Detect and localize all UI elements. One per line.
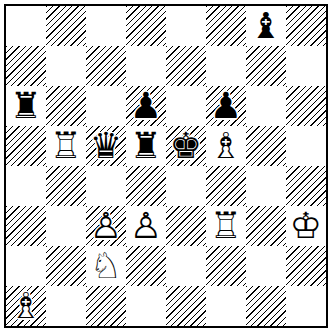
square-c5[interactable]: ♛♛ bbox=[86, 126, 126, 166]
square-h7[interactable] bbox=[286, 46, 326, 86]
square-a6[interactable]: ♜♜ bbox=[6, 86, 46, 126]
white-king-icon: ♚♔ bbox=[286, 206, 326, 246]
square-e7[interactable] bbox=[166, 46, 206, 86]
square-g2[interactable] bbox=[246, 246, 286, 286]
square-a8[interactable] bbox=[6, 6, 46, 46]
square-f6[interactable]: ♟♟ bbox=[206, 86, 246, 126]
square-b8[interactable] bbox=[46, 6, 86, 46]
square-d1[interactable] bbox=[126, 286, 166, 326]
square-d5[interactable]: ♜♜ bbox=[126, 126, 166, 166]
black-pawn-icon: ♟♟ bbox=[126, 86, 166, 126]
square-f1[interactable] bbox=[206, 286, 246, 326]
square-b4[interactable] bbox=[46, 166, 86, 206]
square-h8[interactable] bbox=[286, 6, 326, 46]
square-h2[interactable] bbox=[286, 246, 326, 286]
square-g6[interactable] bbox=[246, 86, 286, 126]
square-f4[interactable] bbox=[206, 166, 246, 206]
square-b2[interactable] bbox=[46, 246, 86, 286]
square-h4[interactable] bbox=[286, 166, 326, 206]
chess-diagram: ♝♝♜♜♟♟♟♟♜♖♛♛♜♜♚♚♝♗♟♙♟♙♜♖♚♔♞♘♝♗ bbox=[4, 4, 328, 328]
square-h6[interactable] bbox=[286, 86, 326, 126]
square-d4[interactable] bbox=[126, 166, 166, 206]
square-g8[interactable]: ♝♝ bbox=[246, 6, 286, 46]
black-queen-icon: ♛♛ bbox=[86, 126, 126, 166]
square-c8[interactable] bbox=[86, 6, 126, 46]
square-d8[interactable] bbox=[126, 6, 166, 46]
white-pawn-icon: ♟♙ bbox=[126, 206, 166, 246]
square-f5[interactable]: ♝♗ bbox=[206, 126, 246, 166]
square-c3[interactable]: ♟♙ bbox=[86, 206, 126, 246]
square-h3[interactable]: ♚♔ bbox=[286, 206, 326, 246]
white-pawn-icon: ♟♙ bbox=[86, 206, 126, 246]
square-f8[interactable] bbox=[206, 6, 246, 46]
square-e3[interactable] bbox=[166, 206, 206, 246]
square-e1[interactable] bbox=[166, 286, 206, 326]
square-a7[interactable] bbox=[6, 46, 46, 86]
square-e4[interactable] bbox=[166, 166, 206, 206]
white-bishop-icon: ♝♗ bbox=[6, 286, 46, 326]
chess-board-grid: ♝♝♜♜♟♟♟♟♜♖♛♛♜♜♚♚♝♗♟♙♟♙♜♖♚♔♞♘♝♗ bbox=[6, 6, 326, 326]
square-g7[interactable] bbox=[246, 46, 286, 86]
square-b7[interactable] bbox=[46, 46, 86, 86]
square-b1[interactable] bbox=[46, 286, 86, 326]
square-f7[interactable] bbox=[206, 46, 246, 86]
black-rook-icon: ♜♜ bbox=[6, 86, 46, 126]
square-b6[interactable] bbox=[46, 86, 86, 126]
square-a3[interactable] bbox=[6, 206, 46, 246]
square-g5[interactable] bbox=[246, 126, 286, 166]
white-bishop-icon: ♝♗ bbox=[206, 126, 246, 166]
black-bishop-icon: ♝♝ bbox=[246, 6, 286, 46]
square-f3[interactable]: ♜♖ bbox=[206, 206, 246, 246]
square-d7[interactable] bbox=[126, 46, 166, 86]
square-g3[interactable] bbox=[246, 206, 286, 246]
white-rook-icon: ♜♖ bbox=[46, 126, 86, 166]
square-e6[interactable] bbox=[166, 86, 206, 126]
square-h5[interactable] bbox=[286, 126, 326, 166]
square-a1[interactable]: ♝♗ bbox=[6, 286, 46, 326]
square-a2[interactable] bbox=[6, 246, 46, 286]
square-a4[interactable] bbox=[6, 166, 46, 206]
square-d6[interactable]: ♟♟ bbox=[126, 86, 166, 126]
white-knight-icon: ♞♘ bbox=[86, 246, 126, 286]
square-d2[interactable] bbox=[126, 246, 166, 286]
black-rook-icon: ♜♜ bbox=[126, 126, 166, 166]
square-b5[interactable]: ♜♖ bbox=[46, 126, 86, 166]
square-c7[interactable] bbox=[86, 46, 126, 86]
square-g4[interactable] bbox=[246, 166, 286, 206]
square-g1[interactable] bbox=[246, 286, 286, 326]
square-a5[interactable] bbox=[6, 126, 46, 166]
square-b3[interactable] bbox=[46, 206, 86, 246]
square-e2[interactable] bbox=[166, 246, 206, 286]
square-e8[interactable] bbox=[166, 6, 206, 46]
black-king-icon: ♚♚ bbox=[166, 126, 206, 166]
square-c2[interactable]: ♞♘ bbox=[86, 246, 126, 286]
square-c6[interactable] bbox=[86, 86, 126, 126]
square-f2[interactable] bbox=[206, 246, 246, 286]
square-d3[interactable]: ♟♙ bbox=[126, 206, 166, 246]
square-h1[interactable] bbox=[286, 286, 326, 326]
square-e5[interactable]: ♚♚ bbox=[166, 126, 206, 166]
white-rook-icon: ♜♖ bbox=[206, 206, 246, 246]
black-pawn-icon: ♟♟ bbox=[206, 86, 246, 126]
square-c4[interactable] bbox=[86, 166, 126, 206]
square-c1[interactable] bbox=[86, 286, 126, 326]
